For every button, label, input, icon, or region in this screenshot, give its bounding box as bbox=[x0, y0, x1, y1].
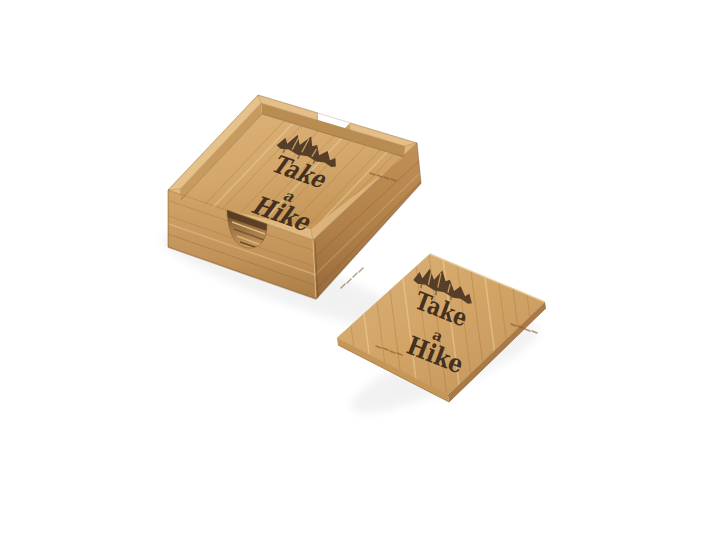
product-photo-scene: Take a Hike bbox=[0, 0, 720, 540]
scene-svg: Take a Hike bbox=[0, 0, 720, 540]
single-flat-coaster: Take a Hike bbox=[337, 254, 547, 483]
